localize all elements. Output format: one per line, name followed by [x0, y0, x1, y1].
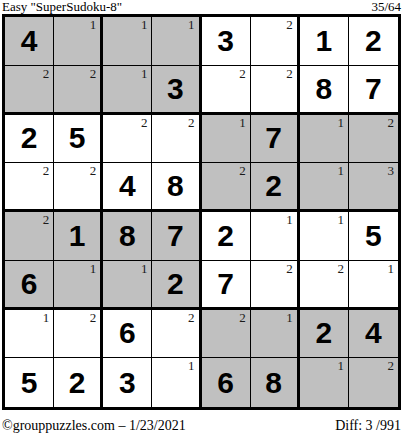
- cell-r5c3[interactable]: 8: [103, 212, 152, 261]
- sudoku-board: 4111321222132287252217122248221321872115…: [2, 14, 401, 410]
- cell-r3c5[interactable]: 1: [202, 115, 251, 164]
- cell-r2c8[interactable]: 7: [349, 66, 398, 115]
- given-digit: 3: [152, 66, 198, 112]
- pencil-mark: 1: [337, 115, 344, 130]
- difficulty-text: Diff: 3 /991: [335, 418, 401, 434]
- cell-r5c6[interactable]: 1: [251, 212, 300, 261]
- cell-r2c1[interactable]: 2: [5, 66, 54, 115]
- given-digit: 2: [54, 358, 100, 407]
- cell-r4c5[interactable]: 2: [202, 163, 251, 212]
- cell-r3c2[interactable]: 5: [54, 115, 103, 164]
- puzzle-title: Easy "SuperSudoku-8": [2, 0, 122, 14]
- given-digit: 2: [5, 115, 53, 163]
- cell-r1c4[interactable]: 1: [152, 17, 201, 66]
- pencil-mark: 1: [337, 358, 344, 373]
- cell-r1c3[interactable]: 1: [103, 17, 152, 66]
- cell-r8c3[interactable]: 3: [103, 358, 152, 407]
- cell-r7c5[interactable]: 2: [202, 310, 251, 359]
- given-digit: 2: [349, 17, 398, 65]
- pencil-mark: 2: [388, 115, 395, 130]
- given-digit: 8: [152, 163, 198, 209]
- given-digit: 2: [300, 310, 348, 358]
- pencil-mark: 2: [43, 212, 50, 227]
- footer: ©grouppuzzles.com – 1/23/2021 Diff: 3 /9…: [0, 410, 403, 434]
- pencil-mark: 2: [239, 310, 246, 325]
- pencil-mark: 1: [337, 212, 344, 227]
- pencil-mark: 2: [286, 17, 293, 32]
- pencil-mark: 1: [239, 115, 246, 130]
- cell-r3c8[interactable]: 2: [349, 115, 398, 164]
- pencil-mark: 1: [286, 212, 293, 227]
- cell-r6c6[interactable]: 2: [251, 261, 300, 310]
- cell-r4c2[interactable]: 2: [54, 163, 103, 212]
- cell-r2c3[interactable]: 1: [103, 66, 152, 115]
- given-digit: 1: [300, 17, 348, 65]
- pencil-mark: 3: [388, 163, 395, 178]
- given-digit: 3: [202, 17, 250, 65]
- cell-r6c2[interactable]: 1: [54, 261, 103, 310]
- pencil-mark: 2: [90, 66, 97, 81]
- cell-r7c7[interactable]: 2: [300, 310, 349, 359]
- cell-r1c6[interactable]: 2: [251, 17, 300, 66]
- given-digit: 8: [251, 358, 297, 407]
- cell-r1c8[interactable]: 2: [349, 17, 398, 66]
- cell-r7c8[interactable]: 4: [349, 310, 398, 359]
- pencil-mark: 1: [141, 17, 148, 32]
- given-digit: 4: [349, 310, 398, 358]
- cell-r6c7[interactable]: 2: [300, 261, 349, 310]
- cell-r2c4[interactable]: 3: [152, 66, 201, 115]
- cell-r2c6[interactable]: 2: [251, 66, 300, 115]
- cell-r3c3[interactable]: 2: [103, 115, 152, 164]
- given-digit: 4: [103, 163, 151, 209]
- pencil-mark: 2: [141, 115, 148, 130]
- cell-r1c5[interactable]: 3: [202, 17, 251, 66]
- pencil-mark: 2: [43, 66, 50, 81]
- given-digit: 5: [54, 115, 100, 163]
- pencil-mark: 1: [337, 163, 344, 178]
- cell-r2c7[interactable]: 8: [300, 66, 349, 115]
- cell-r5c2[interactable]: 1: [54, 212, 103, 261]
- given-digit: 7: [349, 66, 398, 112]
- pencil-mark: 2: [388, 358, 395, 373]
- cell-r5c4[interactable]: 7: [152, 212, 201, 261]
- cell-r6c1[interactable]: 6: [5, 261, 54, 310]
- cell-r8c8[interactable]: 2: [349, 358, 398, 407]
- cell-r3c4[interactable]: 2: [152, 115, 201, 164]
- pencil-mark: 2: [90, 163, 97, 178]
- cell-r6c8[interactable]: 1: [349, 261, 398, 310]
- cell-r4c4[interactable]: 8: [152, 163, 201, 212]
- pencil-mark: 1: [141, 66, 148, 81]
- cell-r8c4[interactable]: 1: [152, 358, 201, 407]
- cell-r4c8[interactable]: 3: [349, 163, 398, 212]
- pencil-mark: 2: [90, 310, 97, 325]
- pencil-mark: 1: [90, 17, 97, 32]
- cell-r3c1[interactable]: 2: [5, 115, 54, 164]
- pencil-mark: 2: [188, 115, 195, 130]
- cell-r7c6[interactable]: 1: [251, 310, 300, 359]
- cell-r1c2[interactable]: 1: [54, 17, 103, 66]
- cell-r8c7[interactable]: 1: [300, 358, 349, 407]
- cell-r3c6[interactable]: 7: [251, 115, 300, 164]
- copyright-text: ©grouppuzzles.com – 1/23/2021: [2, 418, 186, 434]
- cell-r3c7[interactable]: 1: [300, 115, 349, 164]
- given-digit: 7: [251, 115, 297, 163]
- pencil-mark: 1: [188, 17, 195, 32]
- given-digit: 2: [152, 261, 198, 307]
- cell-r8c5[interactable]: 6: [202, 358, 251, 407]
- given-digit: 7: [202, 261, 250, 307]
- cell-r5c7[interactable]: 1: [300, 212, 349, 261]
- given-digit: 4: [5, 17, 53, 65]
- cell-r1c1[interactable]: 4: [5, 17, 54, 66]
- given-digit: 5: [5, 358, 53, 407]
- pencil-mark: 2: [286, 261, 293, 276]
- cell-r6c3[interactable]: 1: [103, 261, 152, 310]
- cell-r7c3[interactable]: 6: [103, 310, 152, 359]
- cell-r6c5[interactable]: 7: [202, 261, 251, 310]
- pencil-mark: 1: [286, 310, 293, 325]
- pencil-mark: 1: [388, 261, 395, 276]
- pencil-mark: 2: [239, 163, 246, 178]
- cell-r8c2[interactable]: 2: [54, 358, 103, 407]
- cell-r8c1[interactable]: 5: [5, 358, 54, 407]
- cell-r4c3[interactable]: 4: [103, 163, 152, 212]
- given-digit: 8: [300, 66, 348, 112]
- given-digit: 5: [349, 212, 398, 260]
- cell-r7c1[interactable]: 1: [5, 310, 54, 359]
- pencil-mark: 2: [43, 163, 50, 178]
- puzzle-page: Easy "SuperSudoku-8" 35/64 4111321222132…: [0, 0, 403, 437]
- cell-r6c4[interactable]: 2: [152, 261, 201, 310]
- pencil-mark: 1: [90, 261, 97, 276]
- given-digit: 7: [152, 212, 198, 260]
- pencil-mark: 1: [188, 358, 195, 373]
- pencil-mark: 2: [337, 261, 344, 276]
- pencil-mark: 2: [239, 66, 246, 81]
- cell-r1c7[interactable]: 1: [300, 17, 349, 66]
- pencil-mark: 2: [286, 66, 293, 81]
- cell-r7c2[interactable]: 2: [54, 310, 103, 359]
- given-digit: 6: [202, 358, 250, 407]
- given-digit: 2: [251, 163, 297, 209]
- given-digit: 1: [54, 212, 100, 260]
- cell-r5c5[interactable]: 2: [202, 212, 251, 261]
- pencil-mark: 1: [43, 310, 50, 325]
- pencil-mark: 2: [188, 310, 195, 325]
- given-digit: 3: [103, 358, 151, 407]
- progress-counter: 35/64: [371, 0, 401, 14]
- given-digit: 6: [5, 261, 53, 307]
- header: Easy "SuperSudoku-8" 35/64: [0, 0, 403, 14]
- cell-r4c7[interactable]: 1: [300, 163, 349, 212]
- given-digit: 8: [103, 212, 151, 260]
- given-digit: 2: [202, 212, 250, 260]
- cell-r8c6[interactable]: 8: [251, 358, 300, 407]
- cell-r4c1[interactable]: 2: [5, 163, 54, 212]
- cell-r2c5[interactable]: 2: [202, 66, 251, 115]
- cell-r4c6[interactable]: 2: [251, 163, 300, 212]
- cell-r5c1[interactable]: 2: [5, 212, 54, 261]
- pencil-mark: 1: [141, 261, 148, 276]
- cell-r2c2[interactable]: 2: [54, 66, 103, 115]
- cell-r5c8[interactable]: 5: [349, 212, 398, 261]
- cell-r7c4[interactable]: 2: [152, 310, 201, 359]
- given-digit: 6: [103, 310, 151, 358]
